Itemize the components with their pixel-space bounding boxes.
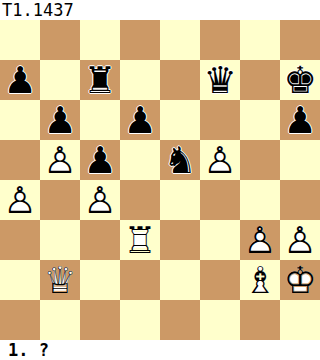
square-d4[interactable]: [120, 180, 160, 220]
square-h8[interactable]: [280, 20, 320, 60]
square-g5[interactable]: [240, 140, 280, 180]
square-d6[interactable]: ♟: [120, 100, 160, 140]
square-c5[interactable]: ♟: [80, 140, 120, 180]
move-prompt: 1. ?: [0, 340, 320, 360]
square-g7[interactable]: [240, 60, 280, 100]
puzzle-title: T1.1437: [0, 0, 320, 20]
square-a2[interactable]: [0, 260, 40, 300]
square-b8[interactable]: [40, 20, 80, 60]
square-f7[interactable]: ♛: [200, 60, 240, 100]
square-e2[interactable]: [160, 260, 200, 300]
square-e5[interactable]: ♞: [160, 140, 200, 180]
square-e7[interactable]: [160, 60, 200, 100]
square-c6[interactable]: [80, 100, 120, 140]
square-c1[interactable]: [80, 300, 120, 340]
black-pawn: ♟: [40, 100, 80, 140]
white-rook: ♜♖: [120, 220, 160, 260]
square-a3[interactable]: [0, 220, 40, 260]
square-d5[interactable]: [120, 140, 160, 180]
square-a6[interactable]: [0, 100, 40, 140]
square-g4[interactable]: [240, 180, 280, 220]
square-b3[interactable]: [40, 220, 80, 260]
square-c2[interactable]: [80, 260, 120, 300]
square-g2[interactable]: ♝♗: [240, 260, 280, 300]
square-e1[interactable]: [160, 300, 200, 340]
square-a5[interactable]: [0, 140, 40, 180]
square-g3[interactable]: ♟♙: [240, 220, 280, 260]
square-f2[interactable]: [200, 260, 240, 300]
square-f1[interactable]: [200, 300, 240, 340]
square-a1[interactable]: [0, 300, 40, 340]
square-e8[interactable]: [160, 20, 200, 60]
square-d1[interactable]: [120, 300, 160, 340]
square-a7[interactable]: ♟: [0, 60, 40, 100]
white-pawn: ♟♙: [280, 220, 320, 260]
square-f5[interactable]: ♟♙: [200, 140, 240, 180]
square-c3[interactable]: [80, 220, 120, 260]
square-b7[interactable]: [40, 60, 80, 100]
square-d8[interactable]: [120, 20, 160, 60]
white-queen: ♛♕: [40, 260, 80, 300]
chess-board: ♟♜♛♚♟♟♟♟♙♟♞♟♙♟♙♟♙♜♖♟♙♟♙♛♕♝♗♚♔: [0, 20, 320, 340]
square-b5[interactable]: ♟♙: [40, 140, 80, 180]
black-knight: ♞: [160, 140, 200, 180]
square-h1[interactable]: [280, 300, 320, 340]
white-pawn: ♟♙: [240, 220, 280, 260]
square-h7[interactable]: ♚: [280, 60, 320, 100]
square-e3[interactable]: [160, 220, 200, 260]
black-pawn: ♟: [120, 100, 160, 140]
white-king: ♚♔: [280, 260, 320, 300]
square-h2[interactable]: ♚♔: [280, 260, 320, 300]
black-pawn: ♟: [280, 100, 320, 140]
black-king: ♚: [280, 60, 320, 100]
square-h3[interactable]: ♟♙: [280, 220, 320, 260]
square-b4[interactable]: [40, 180, 80, 220]
square-c7[interactable]: ♜: [80, 60, 120, 100]
white-pawn: ♟♙: [40, 140, 80, 180]
black-queen: ♛: [200, 60, 240, 100]
square-f8[interactable]: [200, 20, 240, 60]
white-pawn: ♟♙: [80, 180, 120, 220]
square-g1[interactable]: [240, 300, 280, 340]
square-d2[interactable]: [120, 260, 160, 300]
square-c4[interactable]: ♟♙: [80, 180, 120, 220]
square-a4[interactable]: ♟♙: [0, 180, 40, 220]
square-d3[interactable]: ♜♖: [120, 220, 160, 260]
square-h5[interactable]: [280, 140, 320, 180]
square-d7[interactable]: [120, 60, 160, 100]
black-rook: ♜: [80, 60, 120, 100]
black-pawn: ♟: [0, 60, 40, 100]
square-h4[interactable]: [280, 180, 320, 220]
white-pawn: ♟♙: [0, 180, 40, 220]
square-c8[interactable]: [80, 20, 120, 60]
square-g8[interactable]: [240, 20, 280, 60]
square-b1[interactable]: [40, 300, 80, 340]
square-f4[interactable]: [200, 180, 240, 220]
square-b6[interactable]: ♟: [40, 100, 80, 140]
square-f3[interactable]: [200, 220, 240, 260]
square-b2[interactable]: ♛♕: [40, 260, 80, 300]
square-f6[interactable]: [200, 100, 240, 140]
black-pawn: ♟: [80, 140, 120, 180]
white-bishop: ♝♗: [240, 260, 280, 300]
square-e6[interactable]: [160, 100, 200, 140]
square-e4[interactable]: [160, 180, 200, 220]
square-a8[interactable]: [0, 20, 40, 60]
square-h6[interactable]: ♟: [280, 100, 320, 140]
white-pawn: ♟♙: [200, 140, 240, 180]
square-g6[interactable]: [240, 100, 280, 140]
